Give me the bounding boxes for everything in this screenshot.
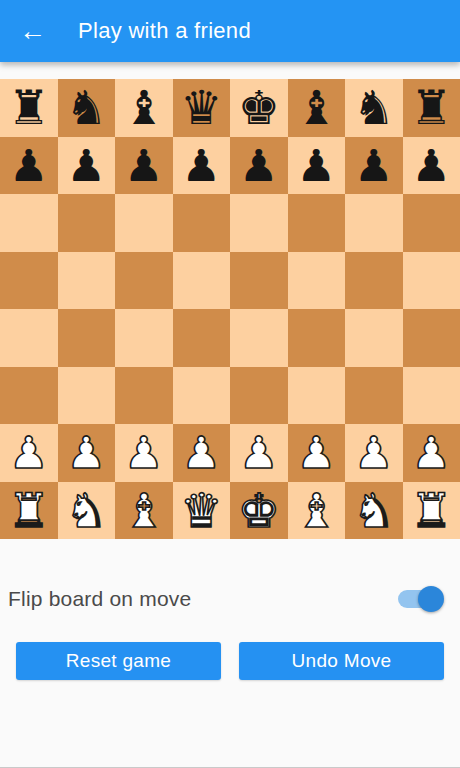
white-pawn-piece: ♟ [9,424,48,481]
button-row: Reset game Undo Move [0,642,460,680]
flip-board-label: Flip board on move [8,587,191,611]
flip-board-row: Flip board on move [0,584,460,614]
square-f5[interactable] [288,252,346,310]
app-screen: ← Play with a friend ♜♞♝♛♚♝♞♜♟♟♟♟♟♟♟♟♟♟♟… [0,0,460,768]
square-f6[interactable] [288,194,346,252]
square-b8[interactable]: ♞ [58,79,116,137]
flip-board-toggle[interactable] [398,586,442,612]
square-d1[interactable]: ♛ [173,482,231,540]
square-d2[interactable]: ♟ [173,424,231,482]
app-bar: ← Play with a friend [0,0,460,62]
square-b4[interactable] [58,309,116,367]
square-a7[interactable]: ♟ [0,137,58,195]
square-b5[interactable] [58,252,116,310]
square-d7[interactable]: ♟ [173,137,231,195]
square-a5[interactable] [0,252,58,310]
square-e2[interactable]: ♟ [230,424,288,482]
square-a6[interactable] [0,194,58,252]
square-g6[interactable] [345,194,403,252]
black-pawn-piece: ♟ [124,137,163,194]
white-pawn-piece: ♟ [354,424,393,481]
reset-game-button[interactable]: Reset game [16,642,221,680]
square-h3[interactable] [403,367,460,425]
square-e5[interactable] [230,252,288,310]
square-h7[interactable]: ♟ [403,137,460,195]
square-a2[interactable]: ♟ [0,424,58,482]
chess-board: ♜♞♝♛♚♝♞♜♟♟♟♟♟♟♟♟♟♟♟♟♟♟♟♟♜♞♝♛♚♝♞♜ [0,79,460,539]
white-pawn-piece: ♟ [297,424,336,481]
square-h8[interactable]: ♜ [403,79,460,137]
square-c8[interactable]: ♝ [115,79,173,137]
toggle-thumb [418,586,444,612]
square-c1[interactable]: ♝ [115,482,173,540]
square-a8[interactable]: ♜ [0,79,58,137]
square-f7[interactable]: ♟ [288,137,346,195]
black-king-piece: ♚ [238,79,280,136]
white-rook-piece: ♜ [8,482,50,539]
undo-move-button[interactable]: Undo Move [239,642,444,680]
square-c7[interactable]: ♟ [115,137,173,195]
square-a1[interactable]: ♜ [0,482,58,540]
white-pawn-piece: ♟ [124,424,163,481]
square-e1[interactable]: ♚ [230,482,288,540]
square-h5[interactable] [403,252,460,310]
black-bishop-piece: ♝ [123,79,165,136]
white-knight-piece: ♞ [353,482,395,539]
black-pawn-piece: ♟ [239,137,278,194]
square-d5[interactable] [173,252,231,310]
square-g2[interactable]: ♟ [345,424,403,482]
square-g3[interactable] [345,367,403,425]
black-rook-piece: ♜ [8,79,50,136]
back-arrow-icon[interactable]: ← [19,18,46,45]
square-h2[interactable]: ♟ [403,424,460,482]
square-d4[interactable] [173,309,231,367]
square-a3[interactable] [0,367,58,425]
square-g4[interactable] [345,309,403,367]
square-b7[interactable]: ♟ [58,137,116,195]
square-h1[interactable]: ♜ [403,482,460,540]
square-h6[interactable] [403,194,460,252]
square-g7[interactable]: ♟ [345,137,403,195]
square-e8[interactable]: ♚ [230,79,288,137]
square-g1[interactable]: ♞ [345,482,403,540]
black-pawn-piece: ♟ [354,137,393,194]
square-d3[interactable] [173,367,231,425]
white-pawn-piece: ♟ [182,424,221,481]
square-e7[interactable]: ♟ [230,137,288,195]
page-title: Play with a friend [78,18,251,44]
white-bishop-piece: ♝ [123,482,165,539]
square-b3[interactable] [58,367,116,425]
white-pawn-piece: ♟ [239,424,278,481]
square-f2[interactable]: ♟ [288,424,346,482]
square-g8[interactable]: ♞ [345,79,403,137]
black-knight-piece: ♞ [65,79,107,136]
white-pawn-piece: ♟ [412,424,451,481]
square-g5[interactable] [345,252,403,310]
square-c5[interactable] [115,252,173,310]
black-pawn-piece: ♟ [67,137,106,194]
black-pawn-piece: ♟ [297,137,336,194]
white-bishop-piece: ♝ [295,482,337,539]
square-e4[interactable] [230,309,288,367]
white-queen-piece: ♛ [180,482,222,539]
square-b1[interactable]: ♞ [58,482,116,540]
black-bishop-piece: ♝ [295,79,337,136]
square-f4[interactable] [288,309,346,367]
square-c4[interactable] [115,309,173,367]
black-pawn-piece: ♟ [9,137,48,194]
square-e3[interactable] [230,367,288,425]
square-f8[interactable]: ♝ [288,79,346,137]
black-rook-piece: ♜ [410,79,452,136]
black-pawn-piece: ♟ [412,137,451,194]
square-a4[interactable] [0,309,58,367]
square-f3[interactable] [288,367,346,425]
controls-panel: Flip board on move Reset game Undo Move [0,539,460,680]
white-king-piece: ♚ [238,482,280,539]
square-b2[interactable]: ♟ [58,424,116,482]
black-queen-piece: ♛ [180,79,222,136]
square-c6[interactable] [115,194,173,252]
square-h4[interactable] [403,309,460,367]
square-c2[interactable]: ♟ [115,424,173,482]
white-rook-piece: ♜ [410,482,452,539]
square-d6[interactable] [173,194,231,252]
square-f1[interactable]: ♝ [288,482,346,540]
white-pawn-piece: ♟ [67,424,106,481]
square-e6[interactable] [230,194,288,252]
square-d8[interactable]: ♛ [173,79,231,137]
black-pawn-piece: ♟ [182,137,221,194]
white-knight-piece: ♞ [65,482,107,539]
square-b6[interactable] [58,194,116,252]
square-c3[interactable] [115,367,173,425]
black-knight-piece: ♞ [353,79,395,136]
